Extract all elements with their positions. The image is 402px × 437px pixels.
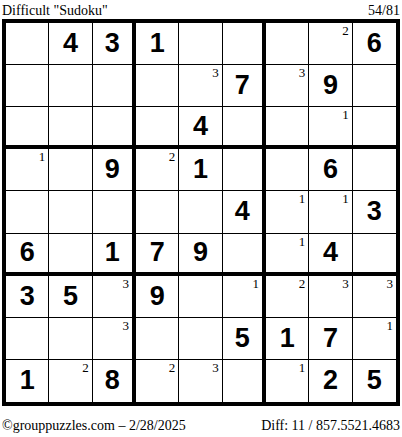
given-digit: 6: [367, 30, 382, 57]
pencil-mark: 2: [82, 360, 89, 375]
sudoku-cell-r1c8[interactable]: 2: [309, 23, 352, 65]
pencil-mark: 2: [169, 149, 176, 164]
header: Difficult "Sudoku" 54/81: [0, 0, 402, 19]
sudoku-page: Difficult "Sudoku" 54/81 431263739411921…: [0, 0, 402, 437]
sudoku-cell-r6c9[interactable]: [353, 234, 396, 276]
sudoku-cell-r6c1[interactable]: 6: [6, 234, 49, 276]
sudoku-cell-r8c5[interactable]: [179, 318, 222, 360]
sudoku-cell-r7c8[interactable]: 3: [309, 276, 352, 318]
sudoku-cell-r3c2[interactable]: [49, 107, 92, 149]
pencil-mark: 3: [122, 318, 129, 333]
sudoku-cell-r2c7[interactable]: 3: [266, 65, 309, 107]
sudoku-cell-r6c8[interactable]: 4: [309, 234, 352, 276]
sudoku-cell-r9c2[interactable]: 2: [49, 360, 92, 402]
sudoku-cell-r1c1[interactable]: [6, 23, 49, 65]
given-digit: 4: [235, 198, 250, 225]
pencil-mark: 2: [342, 23, 349, 38]
sudoku-cell-r2c1[interactable]: [6, 65, 49, 107]
sudoku-cell-r3c1[interactable]: [6, 107, 49, 149]
sudoku-cell-r9c1[interactable]: 1: [6, 360, 49, 402]
sudoku-cell-r9c9[interactable]: 5: [353, 360, 396, 402]
sudoku-board: 4312637394119216411361791435391233351711…: [2, 19, 400, 406]
sudoku-cell-r1c7[interactable]: [266, 23, 309, 65]
sudoku-cell-r4c7[interactable]: [266, 149, 309, 191]
sudoku-cell-r6c3[interactable]: 1: [93, 234, 136, 276]
sudoku-cell-r9c8[interactable]: 2: [309, 360, 352, 402]
pencil-mark: 3: [212, 360, 219, 375]
sudoku-cell-r4c1[interactable]: 1: [6, 149, 49, 191]
given-digit: 5: [367, 367, 382, 394]
sudoku-cell-r4c6[interactable]: [223, 149, 266, 191]
given-digit: 6: [323, 156, 338, 183]
given-digit: 5: [63, 283, 78, 310]
sudoku-cell-r3c7[interactable]: [266, 107, 309, 149]
pencil-mark: 1: [299, 234, 306, 249]
sudoku-cell-r9c7[interactable]: 1: [266, 360, 309, 402]
pencil-mark: 3: [122, 276, 129, 291]
sudoku-cell-r5c9[interactable]: 3: [353, 191, 396, 233]
sudoku-cell-r8c6[interactable]: 5: [223, 318, 266, 360]
given-digit: 7: [235, 72, 250, 99]
given-digit: 6: [20, 239, 35, 266]
sudoku-cell-r3c3[interactable]: [93, 107, 136, 149]
sudoku-cell-r1c5[interactable]: [179, 23, 222, 65]
sudoku-cell-r7c4[interactable]: 9: [136, 276, 179, 318]
sudoku-cell-r7c2[interactable]: 5: [49, 276, 92, 318]
given-digit: 9: [105, 156, 120, 183]
given-digit: 4: [193, 113, 208, 140]
sudoku-cell-r2c3[interactable]: [93, 65, 136, 107]
given-digit: 9: [150, 283, 165, 310]
sudoku-cell-r3c4[interactable]: [136, 107, 179, 149]
pencil-mark: 2: [299, 276, 306, 291]
sudoku-cell-r2c6[interactable]: 7: [223, 65, 266, 107]
sudoku-cell-r5c2[interactable]: [49, 191, 92, 233]
sudoku-cell-r7c1[interactable]: 3: [6, 276, 49, 318]
pencil-mark: 1: [342, 107, 349, 122]
given-digit: 1: [193, 156, 208, 183]
pencil-mark: 3: [342, 276, 349, 291]
given-digit: 3: [20, 283, 35, 310]
pencil-mark: 3: [386, 276, 393, 291]
given-digit: 1: [105, 239, 120, 266]
sudoku-cell-r8c2[interactable]: [49, 318, 92, 360]
given-digit: 7: [323, 325, 338, 352]
given-digit: 2: [323, 367, 338, 394]
sudoku-cell-r5c1[interactable]: [6, 191, 49, 233]
difficulty-id: Diff: 11 / 857.5521.4683: [261, 418, 400, 434]
sudoku-cell-r8c1[interactable]: [6, 318, 49, 360]
given-digit: 1: [280, 325, 295, 352]
sudoku-cell-r4c5[interactable]: 1: [179, 149, 222, 191]
given-digit: 9: [323, 72, 338, 99]
given-digit: 7: [150, 239, 165, 266]
sudoku-cell-r1c6[interactable]: [223, 23, 266, 65]
pencil-mark: 1: [299, 191, 306, 206]
sudoku-cell-r1c9[interactable]: 6: [353, 23, 396, 65]
sudoku-cell-r3c9[interactable]: [353, 107, 396, 149]
footer: ©grouppuzzles.com – 2/28/2025 Diff: 11 /…: [0, 418, 402, 434]
given-digit: 4: [323, 239, 338, 266]
sudoku-cell-r9c6[interactable]: [223, 360, 266, 402]
sudoku-cell-r7c7[interactable]: 2: [266, 276, 309, 318]
given-digit: 1: [20, 367, 35, 394]
given-digit: 4: [63, 30, 78, 57]
sudoku-cell-r3c6[interactable]: [223, 107, 266, 149]
sudoku-cell-r8c3[interactable]: 3: [93, 318, 136, 360]
sudoku-cell-r9c3[interactable]: 8: [93, 360, 136, 402]
sudoku-cell-r5c3[interactable]: [93, 191, 136, 233]
sudoku-cell-r6c4[interactable]: 7: [136, 234, 179, 276]
sudoku-cell-r8c8[interactable]: 7: [309, 318, 352, 360]
sudoku-cell-r9c4[interactable]: 2: [136, 360, 179, 402]
cells-remaining-counter: 54/81: [368, 2, 400, 19]
sudoku-cell-r4c3[interactable]: 9: [93, 149, 136, 191]
pencil-mark: 2: [169, 360, 176, 375]
sudoku-cell-r4c9[interactable]: [353, 149, 396, 191]
sudoku-cell-r2c2[interactable]: [49, 65, 92, 107]
sudoku-cell-r8c7[interactable]: 1: [266, 318, 309, 360]
sudoku-cell-r1c3[interactable]: 3: [93, 23, 136, 65]
given-digit: 5: [235, 325, 250, 352]
sudoku-cell-r3c5[interactable]: 4: [179, 107, 222, 149]
sudoku-cell-r8c4[interactable]: [136, 318, 179, 360]
sudoku-cell-r7c3[interactable]: 3: [93, 276, 136, 318]
sudoku-cell-r6c2[interactable]: [49, 234, 92, 276]
sudoku-cell-r2c4[interactable]: [136, 65, 179, 107]
sudoku-cell-r6c6[interactable]: [223, 234, 266, 276]
sudoku-cell-r2c5[interactable]: 3: [179, 65, 222, 107]
sudoku-cell-r1c2[interactable]: 4: [49, 23, 92, 65]
pencil-mark: 1: [299, 360, 306, 375]
sudoku-cell-r7c9[interactable]: 3: [353, 276, 396, 318]
given-digit: 3: [367, 198, 382, 225]
pencil-mark: 1: [386, 318, 393, 333]
sudoku-cell-r7c5[interactable]: [179, 276, 222, 318]
sudoku-cell-r5c7[interactable]: 1: [266, 191, 309, 233]
sudoku-cell-r2c9[interactable]: [353, 65, 396, 107]
sudoku-cell-r4c8[interactable]: 6: [309, 149, 352, 191]
sudoku-cell-r5c6[interactable]: 4: [223, 191, 266, 233]
sudoku-cell-r6c7[interactable]: 1: [266, 234, 309, 276]
copyright-and-date: ©grouppuzzles.com – 2/28/2025: [2, 418, 186, 434]
sudoku-cell-r7c6[interactable]: 1: [223, 276, 266, 318]
sudoku-cell-r9c5[interactable]: 3: [179, 360, 222, 402]
sudoku-cell-r5c4[interactable]: [136, 191, 179, 233]
sudoku-cell-r8c9[interactable]: 1: [353, 318, 396, 360]
pencil-mark: 3: [299, 65, 306, 80]
puzzle-title: Difficult "Sudoku": [2, 2, 108, 19]
sudoku-cell-r2c8[interactable]: 9: [309, 65, 352, 107]
given-digit: 8: [105, 367, 120, 394]
pencil-mark: 3: [212, 65, 219, 80]
sudoku-cell-r5c5[interactable]: [179, 191, 222, 233]
sudoku-cell-r5c8[interactable]: 1: [309, 191, 352, 233]
sudoku-cell-r1c4[interactable]: 1: [136, 23, 179, 65]
given-digit: 1: [150, 30, 165, 57]
pencil-mark: 1: [252, 276, 259, 291]
sudoku-cell-r4c2[interactable]: [49, 149, 92, 191]
pencil-mark: 1: [342, 191, 349, 206]
sudoku-cell-r3c8[interactable]: 1: [309, 107, 352, 149]
given-digit: 3: [105, 30, 120, 57]
pencil-mark: 1: [39, 149, 46, 164]
sudoku-cell-r6c5[interactable]: 9: [179, 234, 222, 276]
sudoku-cell-r4c4[interactable]: 2: [136, 149, 179, 191]
given-digit: 9: [193, 239, 208, 266]
